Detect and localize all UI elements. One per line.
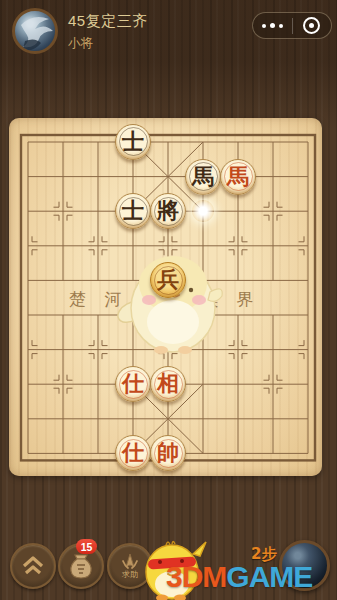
header: 45复定三齐 小将 [0, 0, 337, 62]
miniprogram-capsule [252, 12, 332, 39]
piece-black-士[interactable]: 士 [115, 193, 151, 229]
exit-button[interactable] [293, 13, 332, 38]
piece-red-相[interactable]: 相 [150, 366, 186, 402]
avatar-art-icon [15, 11, 58, 54]
piece-red-馬[interactable]: 馬 [220, 159, 256, 195]
chevron-up-icon [20, 555, 46, 577]
page-subtitle: 小将 [68, 35, 93, 52]
piece-black-士[interactable]: 士 [115, 124, 151, 160]
avatar[interactable] [12, 8, 58, 54]
last-move-sparkle-icon [192, 200, 214, 222]
more-dots-icon [262, 23, 283, 28]
piece-red-帥[interactable]: 帥 [150, 435, 186, 471]
xiangqi-board[interactable]: 楚 河 漢 界 士馬馬士將兵仕相仕帥 [9, 118, 322, 476]
piece-red-仕[interactable]: 仕 [115, 366, 151, 402]
piece-red-仕[interactable]: 仕 [115, 435, 151, 471]
pieces-layer[interactable]: 士馬馬士將兵仕相仕帥 [11, 125, 326, 471]
coins-badge: 15 [76, 539, 97, 554]
more-button[interactable] [253, 13, 292, 38]
help-button-label: 求助 [122, 569, 138, 580]
dark-sphere-button[interactable] [279, 540, 330, 591]
piece-red-兵[interactable]: 兵 [150, 262, 186, 298]
page-title: 45复定三齐 [68, 12, 148, 31]
exit-circle-icon [303, 17, 320, 34]
collapse-menu-button[interactable] [10, 543, 56, 589]
step-counter: 2步 [251, 545, 276, 564]
piece-black-將[interactable]: 將 [150, 193, 186, 229]
money-bag-icon [67, 552, 95, 580]
help-button[interactable]: 求助 [107, 543, 153, 589]
piece-black-馬[interactable]: 馬 [185, 159, 221, 195]
